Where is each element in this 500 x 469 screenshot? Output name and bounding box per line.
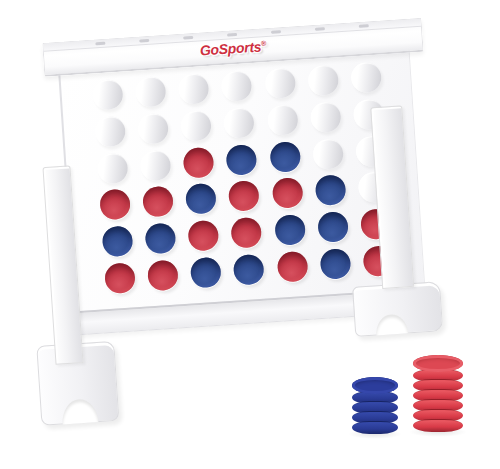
empty-hole-r1c7 bbox=[351, 62, 383, 94]
blue-disc-r6c6 bbox=[320, 248, 352, 280]
red-disc-r4c4 bbox=[228, 180, 260, 212]
empty-hole-r2c4 bbox=[223, 107, 255, 139]
empty-hole-r1c2 bbox=[135, 76, 167, 108]
drop-slot-2 bbox=[139, 39, 149, 43]
empty-hole-r2c3 bbox=[180, 110, 212, 142]
board-face bbox=[58, 50, 425, 313]
drop-slot-7 bbox=[359, 24, 369, 28]
empty-hole-r3c6 bbox=[312, 138, 344, 170]
blue-disc-r5c1 bbox=[101, 225, 133, 257]
red-disc-r4c1 bbox=[99, 189, 131, 221]
empty-hole-r1c6 bbox=[307, 65, 339, 97]
connect-four-stand: GoSports® bbox=[40, 12, 450, 439]
registered-mark: ® bbox=[261, 39, 266, 46]
drop-slot-1 bbox=[95, 42, 105, 46]
drop-slot-6 bbox=[315, 27, 325, 31]
empty-hole-r1c3 bbox=[178, 73, 210, 105]
disc-layer bbox=[352, 421, 398, 434]
blue-disc-r4c6 bbox=[315, 175, 347, 207]
red-disc-r4c2 bbox=[142, 186, 174, 218]
red-disc-r6c1 bbox=[104, 262, 136, 294]
blue-disc-r3c5 bbox=[269, 141, 301, 173]
blue-disc-stack bbox=[352, 377, 398, 434]
empty-hole-r1c4 bbox=[221, 70, 253, 102]
red-disc-r6c2 bbox=[147, 259, 179, 291]
empty-hole-r2c2 bbox=[137, 113, 169, 145]
red-disc-r5c4 bbox=[231, 217, 263, 249]
blue-disc-r3c4 bbox=[226, 144, 258, 176]
blue-disc-r6c4 bbox=[233, 253, 265, 285]
empty-hole-r3c1 bbox=[96, 152, 128, 184]
red-disc-r6c5 bbox=[276, 251, 308, 283]
blue-disc-r5c6 bbox=[317, 211, 349, 243]
red-disc-stack bbox=[413, 355, 463, 432]
logo-text: GoSports bbox=[199, 38, 261, 58]
blue-disc-r5c2 bbox=[144, 223, 176, 255]
empty-hole-r2c1 bbox=[94, 116, 126, 148]
empty-hole-r2c6 bbox=[310, 101, 342, 133]
disc-top bbox=[352, 377, 398, 394]
left-foot-arch bbox=[61, 398, 99, 424]
blue-disc-r5c5 bbox=[274, 214, 306, 246]
empty-hole-r1c5 bbox=[264, 68, 296, 100]
right-foot-base bbox=[352, 281, 443, 337]
empty-hole-r3c2 bbox=[140, 149, 172, 181]
right-foot-arch bbox=[375, 313, 408, 335]
red-disc-r5c3 bbox=[188, 220, 220, 252]
drop-slot-5 bbox=[271, 30, 281, 34]
blue-disc-r6c3 bbox=[190, 256, 222, 288]
disc-layer bbox=[413, 419, 463, 432]
blue-disc-r4c3 bbox=[185, 183, 217, 215]
disc-top bbox=[413, 355, 463, 372]
drop-slot-4 bbox=[227, 33, 237, 37]
red-disc-r4c5 bbox=[272, 177, 304, 209]
red-disc-r3c3 bbox=[183, 147, 215, 179]
drop-slot-3 bbox=[183, 36, 193, 40]
hole-grid bbox=[60, 51, 424, 312]
product-photo: GoSports® bbox=[0, 0, 500, 469]
empty-hole-r1c1 bbox=[91, 79, 123, 111]
empty-hole-r2c5 bbox=[267, 104, 299, 136]
